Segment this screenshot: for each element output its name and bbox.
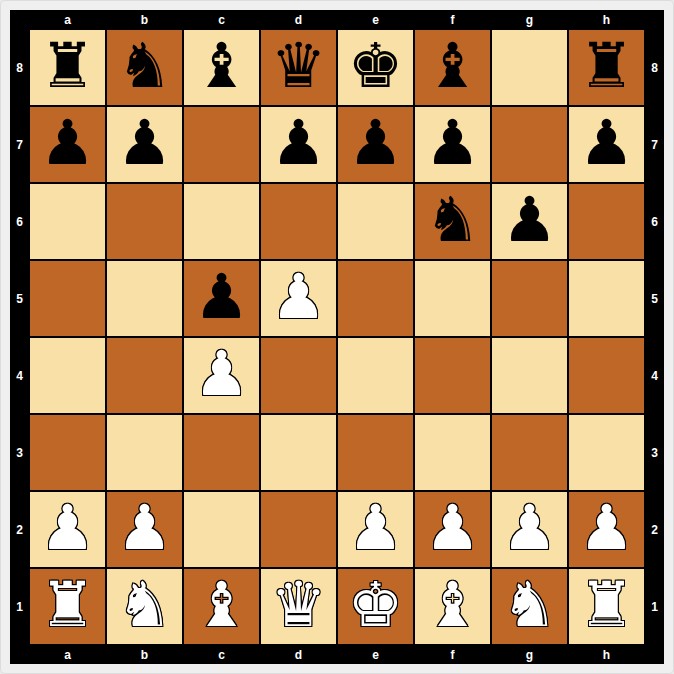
square-g7[interactable] <box>491 106 568 183</box>
file-label-f-bottom: f <box>414 645 491 664</box>
chess-board-frame: aabbccddeeffgghh8877665544332211♜♞♝♛♚♝♜♟… <box>10 10 664 664</box>
white-king: ♚ <box>348 574 404 636</box>
square-g1[interactable]: ♞ <box>491 568 568 645</box>
square-e8[interactable]: ♚ <box>337 29 414 106</box>
square-f7[interactable]: ♟ <box>414 106 491 183</box>
square-g5[interactable] <box>491 260 568 337</box>
black-bishop: ♝ <box>425 35 481 97</box>
black-pawn: ♟ <box>271 112 327 174</box>
rank-label-2-right: 2 <box>645 491 664 568</box>
square-b2[interactable]: ♟ <box>106 491 183 568</box>
rank-label-7-right: 7 <box>645 106 664 183</box>
square-f5[interactable] <box>414 260 491 337</box>
file-label-b-top: b <box>106 10 183 29</box>
black-pawn: ♟ <box>117 112 173 174</box>
rank-label-1-right: 1 <box>645 568 664 645</box>
square-d8[interactable]: ♛ <box>260 29 337 106</box>
square-b6[interactable] <box>106 183 183 260</box>
square-d7[interactable]: ♟ <box>260 106 337 183</box>
black-rook: ♜ <box>579 35 635 97</box>
square-e5[interactable] <box>337 260 414 337</box>
square-h1[interactable]: ♜ <box>568 568 645 645</box>
square-c5[interactable]: ♟ <box>183 260 260 337</box>
square-f2[interactable]: ♟ <box>414 491 491 568</box>
file-label-a-top: a <box>29 10 106 29</box>
square-f3[interactable] <box>414 414 491 491</box>
square-b1[interactable]: ♞ <box>106 568 183 645</box>
black-rook: ♜ <box>40 35 96 97</box>
white-rook: ♜ <box>579 574 635 636</box>
black-pawn: ♟ <box>579 112 635 174</box>
white-pawn: ♟ <box>117 497 173 559</box>
square-h7[interactable]: ♟ <box>568 106 645 183</box>
square-h5[interactable] <box>568 260 645 337</box>
square-e6[interactable] <box>337 183 414 260</box>
square-d2[interactable] <box>260 491 337 568</box>
file-label-g-top: g <box>491 10 568 29</box>
rank-label-8-right: 8 <box>645 29 664 106</box>
square-a1[interactable]: ♜ <box>29 568 106 645</box>
square-e1[interactable]: ♚ <box>337 568 414 645</box>
square-f8[interactable]: ♝ <box>414 29 491 106</box>
black-king: ♚ <box>348 35 404 97</box>
chess-app-background: aabbccddeeffgghh8877665544332211♜♞♝♛♚♝♜♟… <box>0 0 674 674</box>
square-d5[interactable]: ♟ <box>260 260 337 337</box>
square-c2[interactable] <box>183 491 260 568</box>
square-a7[interactable]: ♟ <box>29 106 106 183</box>
square-a3[interactable] <box>29 414 106 491</box>
white-bishop: ♝ <box>194 574 250 636</box>
file-label-h-top: h <box>568 10 645 29</box>
square-d4[interactable] <box>260 337 337 414</box>
white-pawn: ♟ <box>502 497 558 559</box>
rank-label-1-left: 1 <box>10 568 29 645</box>
file-label-f-top: f <box>414 10 491 29</box>
square-f4[interactable] <box>414 337 491 414</box>
square-b4[interactable] <box>106 337 183 414</box>
square-a5[interactable] <box>29 260 106 337</box>
square-b7[interactable]: ♟ <box>106 106 183 183</box>
black-pawn: ♟ <box>194 266 250 328</box>
rank-label-6-left: 6 <box>10 183 29 260</box>
square-g3[interactable] <box>491 414 568 491</box>
square-e3[interactable] <box>337 414 414 491</box>
file-label-d-top: d <box>260 10 337 29</box>
black-knight: ♞ <box>117 35 173 97</box>
square-b8[interactable]: ♞ <box>106 29 183 106</box>
white-rook: ♜ <box>40 574 96 636</box>
square-c1[interactable]: ♝ <box>183 568 260 645</box>
square-e4[interactable] <box>337 337 414 414</box>
square-h3[interactable] <box>568 414 645 491</box>
white-queen: ♛ <box>271 574 327 636</box>
square-e2[interactable]: ♟ <box>337 491 414 568</box>
rank-label-8-left: 8 <box>10 29 29 106</box>
square-b5[interactable] <box>106 260 183 337</box>
rank-label-4-right: 4 <box>645 337 664 414</box>
white-bishop: ♝ <box>425 574 481 636</box>
square-h4[interactable] <box>568 337 645 414</box>
rank-label-6-right: 6 <box>645 183 664 260</box>
square-h6[interactable] <box>568 183 645 260</box>
square-d1[interactable]: ♛ <box>260 568 337 645</box>
square-c4[interactable]: ♟ <box>183 337 260 414</box>
rank-label-4-left: 4 <box>10 337 29 414</box>
black-queen: ♛ <box>271 35 327 97</box>
square-h8[interactable]: ♜ <box>568 29 645 106</box>
square-g8[interactable] <box>491 29 568 106</box>
black-knight: ♞ <box>425 189 481 251</box>
square-a2[interactable]: ♟ <box>29 491 106 568</box>
square-g4[interactable] <box>491 337 568 414</box>
file-label-g-bottom: g <box>491 645 568 664</box>
square-h2[interactable]: ♟ <box>568 491 645 568</box>
square-f1[interactable]: ♝ <box>414 568 491 645</box>
white-pawn: ♟ <box>40 497 96 559</box>
white-pawn: ♟ <box>348 497 404 559</box>
rank-label-5-left: 5 <box>10 260 29 337</box>
white-pawn: ♟ <box>425 497 481 559</box>
square-b3[interactable] <box>106 414 183 491</box>
black-pawn: ♟ <box>425 112 481 174</box>
square-f6[interactable]: ♞ <box>414 183 491 260</box>
white-pawn: ♟ <box>271 266 327 328</box>
file-label-a-bottom: a <box>29 645 106 664</box>
white-knight: ♞ <box>502 574 558 636</box>
square-c8[interactable]: ♝ <box>183 29 260 106</box>
file-label-c-bottom: c <box>183 645 260 664</box>
square-a6[interactable] <box>29 183 106 260</box>
file-label-c-top: c <box>183 10 260 29</box>
file-label-b-bottom: b <box>106 645 183 664</box>
black-pawn: ♟ <box>40 112 96 174</box>
file-label-e-top: e <box>337 10 414 29</box>
rank-label-7-left: 7 <box>10 106 29 183</box>
rank-label-3-left: 3 <box>10 414 29 491</box>
square-c7[interactable] <box>183 106 260 183</box>
square-a4[interactable] <box>29 337 106 414</box>
square-g6[interactable]: ♟ <box>491 183 568 260</box>
square-e7[interactable]: ♟ <box>337 106 414 183</box>
rank-label-5-right: 5 <box>645 260 664 337</box>
black-bishop: ♝ <box>194 35 250 97</box>
white-pawn: ♟ <box>194 343 250 405</box>
square-a8[interactable]: ♜ <box>29 29 106 106</box>
rank-label-3-right: 3 <box>645 414 664 491</box>
file-label-e-bottom: e <box>337 645 414 664</box>
square-c3[interactable] <box>183 414 260 491</box>
black-pawn: ♟ <box>502 189 558 251</box>
square-g2[interactable]: ♟ <box>491 491 568 568</box>
white-knight: ♞ <box>117 574 173 636</box>
white-pawn: ♟ <box>579 497 635 559</box>
file-label-h-bottom: h <box>568 645 645 664</box>
square-c6[interactable] <box>183 183 260 260</box>
file-label-d-bottom: d <box>260 645 337 664</box>
square-d3[interactable] <box>260 414 337 491</box>
black-pawn: ♟ <box>348 112 404 174</box>
square-d6[interactable] <box>260 183 337 260</box>
rank-label-2-left: 2 <box>10 491 29 568</box>
